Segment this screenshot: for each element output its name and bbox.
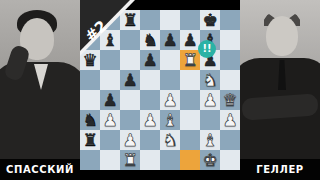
piece-white-king-g1: ♚ [200, 150, 220, 170]
square-f2 [180, 130, 200, 150]
square-e2: ♞ [160, 130, 180, 150]
piece-white-bishop-e3: ♝ [160, 110, 180, 130]
square-h7 [220, 30, 240, 50]
square-f3 [180, 110, 200, 130]
square-b3: ♟ [100, 110, 120, 130]
right-player-name-bar: ГЕЛЛЕР [240, 159, 320, 180]
square-f6: ♜ [180, 50, 200, 70]
square-b5 [100, 70, 120, 90]
piece-white-pawn-e4: ♟ [160, 90, 180, 110]
square-e5 [160, 70, 180, 90]
square-c7 [120, 30, 140, 50]
square-c3 [120, 110, 140, 130]
brilliant-move-badge: !! [198, 40, 216, 58]
square-d5 [140, 70, 160, 90]
square-d7: ♞ [140, 30, 160, 50]
square-a1 [80, 150, 100, 170]
square-b6 [100, 50, 120, 70]
square-e7: ♟ [160, 30, 180, 50]
square-h6 [220, 50, 240, 70]
square-d6: ♟ [140, 50, 160, 70]
square-f1 [180, 150, 200, 170]
square-g8: ♚ [200, 10, 220, 30]
left-player-name: СПАССКИЙ [6, 164, 74, 175]
square-e6 [160, 50, 180, 70]
piece-white-pawn-b3: ♟ [100, 110, 120, 130]
square-b4: ♟ [100, 90, 120, 110]
square-f7: ♟ [180, 30, 200, 50]
piece-white-pawn-d3: ♟ [140, 110, 160, 130]
square-c2: ♟ [120, 130, 140, 150]
square-e1 [160, 150, 180, 170]
square-g5: ♞ [200, 70, 220, 90]
square-c1: ♜ [120, 150, 140, 170]
piece-white-knight-g5: ♞ [200, 70, 220, 90]
piece-white-bishop-g2: ♝ [200, 130, 220, 150]
piece-black-pawn-e7: ♟ [160, 30, 180, 50]
square-a5 [80, 70, 100, 90]
square-c6 [120, 50, 140, 70]
square-d1 [140, 150, 160, 170]
square-a6: ♛ [80, 50, 100, 70]
square-h8 [220, 10, 240, 30]
piece-white-queen-h4: ♛ [220, 90, 240, 110]
square-c5: ♟ [120, 70, 140, 90]
square-e4: ♟ [160, 90, 180, 110]
piece-black-rook-a2: ♜ [80, 130, 100, 150]
piece-white-pawn-h3: ♟ [220, 110, 240, 130]
square-g2: ♝ [200, 130, 220, 150]
piece-white-rook-f6: ♜ [180, 50, 200, 70]
piece-black-pawn-c5: ♟ [120, 70, 140, 90]
left-player-name-bar: СПАССКИЙ [0, 159, 80, 180]
piece-black-queen-a6: ♛ [80, 50, 100, 70]
square-a3: ♞ [80, 110, 100, 130]
piece-white-pawn-g4: ♟ [200, 90, 220, 110]
square-f4 [180, 90, 200, 110]
video-thumbnail: СПАССКИЙ ♜♚♝♞♟♟♝♛♟♜♟♟♞♟♟♟♛♞♟♟♝♟♜♟♞♝♜♚ #2… [0, 0, 320, 180]
square-f8 [180, 10, 200, 30]
piece-black-pawn-f7: ♟ [180, 30, 200, 50]
piece-black-rook-c8: ♜ [120, 10, 140, 30]
board-area: ♜♚♝♞♟♟♝♛♟♜♟♟♞♟♟♟♛♞♟♟♝♟♜♟♞♝♜♚ #2 !! [80, 0, 240, 180]
square-g4: ♟ [200, 90, 220, 110]
right-player-name: ГЕЛЛЕР [256, 164, 304, 175]
piece-black-knight-a3: ♞ [80, 110, 100, 130]
square-c8: ♜ [120, 10, 140, 30]
piece-black-knight-d7: ♞ [140, 30, 160, 50]
square-d4 [140, 90, 160, 110]
player-photo-right: ГЕЛЛЕР [240, 0, 320, 180]
square-e8 [160, 10, 180, 30]
square-a2: ♜ [80, 130, 100, 150]
square-d8 [140, 10, 160, 30]
square-b2 [100, 130, 120, 150]
square-e3: ♝ [160, 110, 180, 130]
piece-black-king-g8: ♚ [200, 10, 220, 30]
square-c4 [120, 90, 140, 110]
square-h4: ♛ [220, 90, 240, 110]
piece-white-knight-e2: ♞ [160, 130, 180, 150]
piece-black-pawn-b4: ♟ [100, 90, 120, 110]
square-f5 [180, 70, 200, 90]
square-g1: ♚ [200, 150, 220, 170]
square-h5 [220, 70, 240, 90]
square-d2 [140, 130, 160, 150]
right-player-face [266, 16, 298, 56]
piece-white-pawn-c2: ♟ [120, 130, 140, 150]
piece-black-pawn-d6: ♟ [140, 50, 160, 70]
square-b1 [100, 150, 120, 170]
square-a4 [80, 90, 100, 110]
square-h3: ♟ [220, 110, 240, 130]
square-d3: ♟ [140, 110, 160, 130]
square-h1 [220, 150, 240, 170]
square-g3 [200, 110, 220, 130]
player-photo-left: СПАССКИЙ [0, 0, 80, 180]
square-h2 [220, 130, 240, 150]
piece-white-rook-c1: ♜ [120, 150, 140, 170]
